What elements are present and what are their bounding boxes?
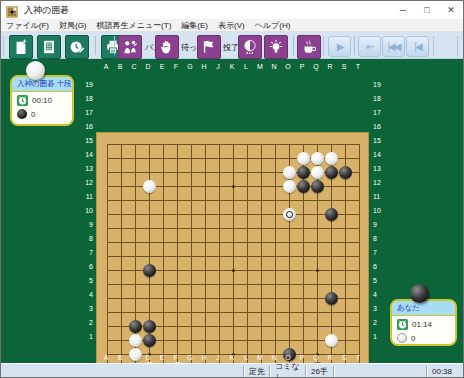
- coord-label-col-J: J: [213, 62, 223, 72]
- black-capture-icon: [17, 109, 27, 119]
- coord-label-row-13: 13: [77, 164, 93, 174]
- coord-label-row-13: 13: [373, 164, 389, 174]
- coord-label-row-14: 14: [373, 150, 389, 160]
- toolbar-separator: [293, 36, 294, 55]
- coord-label-row-5: 5: [373, 276, 389, 286]
- grid-line: [121, 144, 122, 378]
- computer-color-stone: [26, 61, 45, 80]
- undo-hand-icon: [159, 39, 175, 55]
- coord-label-row-11: 11: [373, 192, 389, 202]
- coord-label-row-3: 3: [77, 304, 93, 314]
- coord-label-col-L: L: [241, 62, 251, 72]
- player-panel-computer: 入神の囲碁 十段 00:10 0: [10, 75, 74, 126]
- black-stone-R14: [325, 208, 338, 221]
- status-elapsed-time: 00:38: [428, 364, 463, 378]
- coord-label-col-H: H: [199, 62, 209, 72]
- coord-label-row-1: 1: [373, 332, 389, 342]
- coord-label-col-M: M: [255, 353, 265, 363]
- menu-bar: ファイル(F)対局(G)棋譜再生メニュー(T)編集(E)表示(V)ヘルプ(H): [1, 19, 463, 32]
- clock-icon: [397, 319, 408, 330]
- coord-label-col-N: N: [269, 62, 279, 72]
- grid-line: [275, 144, 276, 378]
- coord-label-col-D: D: [143, 353, 153, 363]
- coord-label-col-E: E: [157, 62, 167, 72]
- coord-label-col-M: M: [255, 62, 265, 72]
- star-point: [232, 185, 235, 188]
- hint-button[interactable]: [264, 35, 288, 59]
- coord-label-col-K: K: [227, 62, 237, 72]
- menu-item-0[interactable]: ファイル(F): [1, 20, 54, 31]
- grid-line: [247, 144, 248, 378]
- status-handicap: 定先: [245, 364, 269, 378]
- black-stone-S17: [339, 166, 352, 179]
- white-stone-O14: [283, 208, 296, 221]
- human-time: 01:14: [412, 320, 432, 329]
- coord-label-row-6: 6: [77, 262, 93, 272]
- resign-button[interactable]: [197, 35, 221, 59]
- menu-item-2[interactable]: 棋譜再生メニュー(T): [92, 20, 177, 31]
- coord-label-col-C: C: [129, 353, 139, 363]
- black-stone-Q16: [311, 180, 324, 193]
- coord-label-col-P: P: [297, 62, 307, 72]
- human-captures: 0: [411, 334, 415, 343]
- white-stone-Q17: [311, 166, 324, 179]
- white-stone-D16: [143, 180, 156, 193]
- grid-line: [191, 144, 192, 378]
- coord-label-col-F: F: [171, 62, 181, 72]
- clock-settings-button[interactable]: [65, 35, 89, 59]
- toolbar-grip[interactable]: [457, 36, 461, 55]
- coord-label-col-D: D: [143, 62, 153, 72]
- coord-label-row-19: 19: [77, 80, 93, 90]
- coord-label-col-J: J: [213, 353, 223, 363]
- coord-label-col-E: E: [157, 353, 167, 363]
- jump-back-button[interactable]: ⇤: [358, 36, 381, 57]
- coord-label-col-A: A: [101, 62, 111, 72]
- grid-line: [163, 144, 164, 378]
- toolbar-grip[interactable]: [323, 36, 327, 55]
- coord-label-row-12: 12: [373, 178, 389, 188]
- break-button[interactable]: [297, 35, 321, 59]
- coord-label-row-10: 10: [373, 206, 389, 216]
- menu-item-5[interactable]: ヘルプ(H): [250, 20, 296, 31]
- open-record-button[interactable]: [37, 35, 61, 59]
- minimize-button[interactable]: ─: [391, 1, 415, 19]
- white-stone-C5: [129, 334, 142, 347]
- grid-line: [261, 144, 262, 378]
- coord-label-row-12: 12: [77, 178, 93, 188]
- play-button[interactable]: ▶: [328, 36, 351, 57]
- toolbar-grip[interactable]: [433, 36, 437, 55]
- pass-people-icon: [122, 39, 138, 55]
- toolbar-separator: [114, 36, 115, 55]
- resign-label: 投了: [223, 42, 239, 53]
- menu-item-1[interactable]: 対局(G): [54, 20, 92, 31]
- coord-label-col-Q: Q: [311, 353, 321, 363]
- grid-line: [345, 144, 346, 378]
- coord-label-col-T: T: [353, 353, 363, 363]
- status-bar: 定先 コミなし 26手 00:38: [1, 363, 463, 378]
- coord-label-row-15: 15: [373, 136, 389, 146]
- close-button[interactable]: ✕: [439, 1, 463, 19]
- grid-line: [107, 312, 360, 313]
- coord-label-row-18: 18: [77, 94, 93, 104]
- pass-button[interactable]: [118, 35, 142, 59]
- status-separator: [333, 366, 335, 378]
- status-komi: コミなし: [271, 364, 305, 378]
- coord-label-row-4: 4: [77, 290, 93, 300]
- status-move-count: 26手: [307, 364, 333, 378]
- coord-label-row-3: 3: [373, 304, 389, 314]
- grid-line: [177, 144, 178, 378]
- black-stone-P17: [297, 166, 310, 179]
- black-stone-C6: [129, 320, 142, 333]
- white-stone-O16: [283, 180, 296, 193]
- coord-label-row-2: 2: [373, 318, 389, 328]
- toolbar-separator: [354, 36, 355, 55]
- coord-label-row-11: 11: [77, 192, 93, 202]
- coord-label-col-G: G: [185, 62, 195, 72]
- grid-line: [359, 144, 360, 378]
- coord-label-col-Q: Q: [311, 62, 321, 72]
- estimate-moon-icon: [242, 39, 258, 55]
- coord-label-row-10: 10: [77, 206, 93, 216]
- coord-label-row-8: 8: [77, 234, 93, 244]
- undo-button[interactable]: [155, 35, 179, 59]
- break-coffee-icon: [301, 39, 317, 55]
- coord-label-col-R: R: [325, 62, 335, 72]
- computer-name: 入神の囲碁 十段: [12, 77, 72, 92]
- player-panel-human: あなた 01:14 0: [390, 299, 457, 346]
- coord-label-col-S: S: [339, 62, 349, 72]
- black-stone-D5: [143, 334, 156, 347]
- coord-label-row-16: 16: [77, 122, 93, 132]
- toolbar: パス 待った 投了 ▶ ⇤ |◀◀ |◀: [1, 32, 463, 59]
- coord-label-row-15: 15: [77, 136, 93, 146]
- menu-item-3[interactable]: 編集(E): [176, 20, 213, 31]
- title-bar: 入神の囲碁 ─ □ ✕: [1, 1, 463, 19]
- coord-label-row-2: 2: [77, 318, 93, 328]
- coord-label-row-18: 18: [373, 94, 389, 104]
- white-stone-R18: [325, 152, 338, 165]
- black-stone-P16: [297, 180, 310, 193]
- coord-label-col-R: R: [325, 353, 335, 363]
- black-stone-R17: [325, 166, 338, 179]
- coord-label-row-1: 1: [77, 332, 93, 342]
- menu-item-4[interactable]: 表示(V): [213, 20, 250, 31]
- coord-label-col-F: F: [171, 353, 181, 363]
- coord-label-col-A: A: [101, 353, 111, 363]
- game-area: 入神の囲碁 十段 00:10 0 あなた 01:14 0 AABBCCDD: [1, 59, 464, 363]
- coord-label-col-G: G: [185, 353, 195, 363]
- star-point: [232, 269, 235, 272]
- grid-line: [107, 298, 360, 299]
- new-game-button[interactable]: [9, 35, 33, 59]
- coord-label-row-17: 17: [77, 108, 93, 118]
- coord-label-row-14: 14: [77, 150, 93, 160]
- star-point: [316, 269, 319, 272]
- coord-label-row-17: 17: [373, 108, 389, 118]
- coord-label-col-B: B: [115, 353, 125, 363]
- coord-label-col-O: O: [283, 62, 293, 72]
- clock-edit-icon: [69, 39, 85, 55]
- toolbar-grip[interactable]: [3, 36, 7, 55]
- coord-label-col-C: C: [129, 62, 139, 72]
- grid-line: [107, 284, 360, 285]
- estimate-button[interactable]: [238, 35, 262, 59]
- coord-label-row-4: 4: [373, 290, 389, 300]
- white-stone-R5: [325, 334, 338, 347]
- toolbar-separator: [95, 36, 96, 55]
- white-stone-P18: [297, 152, 310, 165]
- grid-line: [233, 144, 234, 378]
- coord-label-col-H: H: [199, 353, 209, 363]
- coord-label-col-T: T: [353, 62, 363, 72]
- coord-label-row-5: 5: [77, 276, 93, 286]
- go-board[interactable]: [96, 132, 369, 378]
- resign-flag-icon: [201, 39, 217, 55]
- app-icon: [6, 4, 18, 16]
- coord-label-row-9: 9: [373, 220, 389, 230]
- grid-line: [205, 144, 206, 378]
- window-title: 入神の囲碁: [24, 4, 391, 17]
- black-stone-R8: [325, 292, 338, 305]
- coord-label-row-19: 19: [373, 80, 389, 90]
- coord-label-row-8: 8: [373, 234, 389, 244]
- coord-label-row-7: 7: [373, 248, 389, 258]
- human-color-stone: [410, 284, 429, 303]
- grid-line: [219, 144, 220, 378]
- coord-label-col-S: S: [339, 353, 349, 363]
- white-capture-icon: [397, 333, 407, 343]
- last-move-marker: [286, 211, 293, 218]
- coord-label-row-9: 9: [77, 220, 93, 230]
- computer-captures: 0: [31, 110, 35, 119]
- coord-label-col-K: K: [227, 353, 237, 363]
- white-stone-O17: [283, 166, 296, 179]
- coord-label-col-L: L: [241, 353, 251, 363]
- new-game-icon: [13, 39, 29, 55]
- computer-time: 00:10: [32, 96, 52, 105]
- grid-line: [107, 144, 108, 378]
- board-sheet-icon: [41, 39, 57, 55]
- human-name: あなた: [392, 301, 455, 316]
- coord-label-row-7: 7: [77, 248, 93, 258]
- step-back-button[interactable]: |◀: [406, 36, 429, 57]
- coord-label-row-6: 6: [373, 262, 389, 272]
- black-stone-D10: [143, 264, 156, 277]
- coord-label-row-16: 16: [373, 122, 389, 132]
- rewind-to-start-button[interactable]: |◀◀: [382, 36, 405, 57]
- maximize-button[interactable]: □: [415, 1, 439, 19]
- clock-icon: [17, 95, 28, 106]
- black-stone-D6: [143, 320, 156, 333]
- coord-label-col-B: B: [115, 62, 125, 72]
- white-stone-Q18: [311, 152, 324, 165]
- hint-bulb-icon: [268, 39, 284, 55]
- app-window: 入神の囲碁 ─ □ ✕ ファイル(F)対局(G)棋譜再生メニュー(T)編集(E)…: [0, 0, 464, 378]
